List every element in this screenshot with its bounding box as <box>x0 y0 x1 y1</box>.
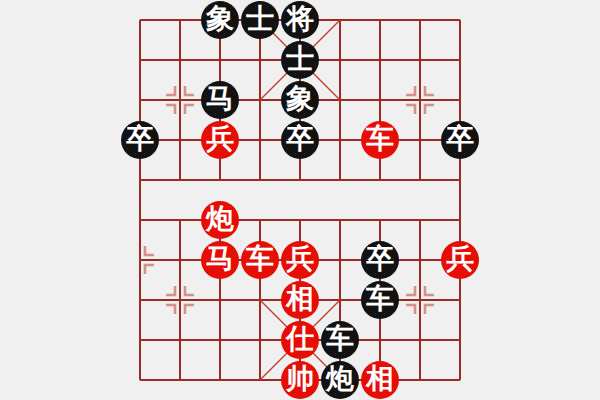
board-point: 兵 <box>200 120 240 160</box>
board-point: 士 <box>240 0 280 40</box>
piece-black-advisor[interactable]: 士 <box>281 41 319 79</box>
piece-red-general[interactable]: 帅 <box>281 361 319 399</box>
piece-black-pawn[interactable]: 卒 <box>121 121 159 159</box>
board-point: 士 <box>280 40 320 80</box>
piece-black-pawn[interactable]: 卒 <box>361 241 399 279</box>
board-point: 车 <box>360 120 400 160</box>
board-point: 兵 <box>440 240 480 280</box>
piece-black-general[interactable]: 将 <box>281 1 319 39</box>
board-point: 兵 <box>280 240 320 280</box>
board-point: 车 <box>240 240 280 280</box>
board-point: 马 <box>200 240 240 280</box>
piece-red-advisor[interactable]: 仕 <box>281 321 319 359</box>
board-point: 象 <box>200 0 240 40</box>
xiangqi-board: 象士将士马象卒兵卒车卒炮马车兵卒兵相车仕车帅炮相 <box>0 0 600 400</box>
board-point: 将 <box>280 0 320 40</box>
board-point: 炮 <box>320 360 360 400</box>
piece-red-cannon[interactable]: 炮 <box>201 201 239 239</box>
board-point: 仕 <box>280 320 320 360</box>
piece-black-chariot[interactable]: 车 <box>321 321 359 359</box>
piece-black-cannon[interactable]: 炮 <box>321 361 359 399</box>
board-point: 相 <box>360 360 400 400</box>
piece-black-advisor[interactable]: 士 <box>241 1 279 39</box>
board-point: 卒 <box>280 120 320 160</box>
piece-red-elephant[interactable]: 相 <box>361 361 399 399</box>
board-point: 车 <box>360 280 400 320</box>
piece-black-pawn[interactable]: 卒 <box>441 121 479 159</box>
board-point: 卒 <box>360 240 400 280</box>
piece-black-chariot[interactable]: 车 <box>361 281 399 319</box>
board-point: 卒 <box>120 120 160 160</box>
board-point: 卒 <box>440 120 480 160</box>
piece-red-chariot[interactable]: 车 <box>361 121 399 159</box>
board-point: 象 <box>280 80 320 120</box>
piece-black-elephant[interactable]: 象 <box>281 81 319 119</box>
piece-black-elephant[interactable]: 象 <box>201 1 239 39</box>
piece-red-pawn[interactable]: 兵 <box>281 241 319 279</box>
piece-red-pawn[interactable]: 兵 <box>441 241 479 279</box>
board-point: 马 <box>200 80 240 120</box>
piece-red-chariot[interactable]: 车 <box>241 241 279 279</box>
board-intersections-grid: 象士将士马象卒兵卒车卒炮马车兵卒兵相车仕车帅炮相 <box>120 0 480 400</box>
piece-red-pawn[interactable]: 兵 <box>201 121 239 159</box>
board-point: 帅 <box>280 360 320 400</box>
piece-black-pawn[interactable]: 卒 <box>281 121 319 159</box>
piece-red-elephant[interactable]: 相 <box>281 281 319 319</box>
piece-red-horse[interactable]: 马 <box>201 241 239 279</box>
board-point: 车 <box>320 320 360 360</box>
board-point: 相 <box>280 280 320 320</box>
board-point: 炮 <box>200 200 240 240</box>
piece-black-horse[interactable]: 马 <box>201 81 239 119</box>
